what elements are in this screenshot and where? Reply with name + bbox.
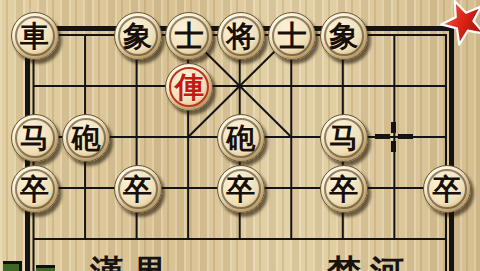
black-elephant-piece[interactable]: 象 [320,12,368,60]
black-advisor-piece[interactable]: 士 [165,12,213,60]
piece-glyph: 卒 [226,166,255,212]
piece-glyph: 马 [20,115,49,161]
bottom-left-green-fragment [3,261,22,271]
piece-glyph: 砲 [226,115,255,161]
piece-glyph: 俥 [175,64,204,110]
black-soldier-piece[interactable]: 卒 [114,165,162,213]
star-cursor-icon [432,0,480,52]
last-move-marker [374,117,414,157]
black-horse-piece[interactable]: 马 [11,114,59,162]
piece-glyph: 士 [175,13,204,59]
river-label-right: 楚河 [327,250,413,271]
piece-glyph: 象 [329,13,358,59]
river-label-left: 漢界 [90,250,176,271]
piece-glyph: 士 [278,13,307,59]
piece-glyph: 卒 [20,166,49,212]
black-horse-piece[interactable]: 马 [320,114,368,162]
piece-glyph: 象 [123,13,152,59]
black-chariot-piece[interactable]: 車 [11,12,59,60]
piece-glyph: 马 [329,115,358,161]
black-soldier-piece[interactable]: 卒 [320,165,368,213]
piece-glyph: 砲 [72,115,101,161]
black-soldier-piece[interactable]: 卒 [423,165,471,213]
piece-glyph: 卒 [432,166,461,212]
piece-glyph: 卒 [329,166,358,212]
black-cannon-piece[interactable]: 砲 [217,114,265,162]
black-general-piece[interactable]: 将 [217,12,265,60]
red-chariot-piece[interactable]: 俥 [165,63,213,111]
black-soldier-piece[interactable]: 卒 [11,165,59,213]
black-advisor-piece[interactable]: 士 [268,12,316,60]
piece-glyph: 車 [20,13,49,59]
black-cannon-piece[interactable]: 砲 [62,114,110,162]
black-elephant-piece[interactable]: 象 [114,12,162,60]
bottom-left-green-fragment [36,265,55,271]
black-soldier-piece[interactable]: 卒 [217,165,265,213]
piece-glyph: 卒 [123,166,152,212]
piece-glyph: 将 [226,13,255,59]
xiangqi-board[interactable]: 漢界 楚河 車象士将士象俥马砲砲马卒卒卒卒卒 [0,0,480,271]
